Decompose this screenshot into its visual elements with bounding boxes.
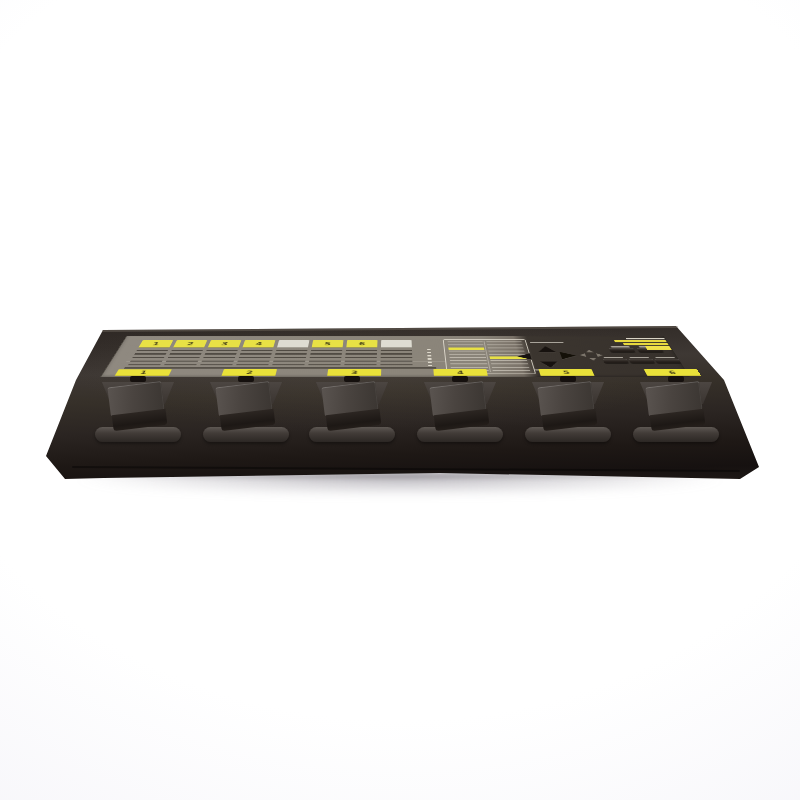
logo-line-2 bbox=[623, 343, 669, 345]
footswitch-treadle-4[interactable] bbox=[429, 381, 490, 433]
diamond-left-icon bbox=[579, 353, 586, 357]
function-button-5[interactable] bbox=[654, 359, 681, 364]
left-arrow-button[interactable] bbox=[516, 353, 531, 359]
program-box-1: 1 bbox=[138, 340, 173, 347]
footswitch-5 bbox=[523, 380, 613, 446]
hinge-tab bbox=[238, 376, 254, 382]
photo-background: 1 2 3 4 5 6 bbox=[0, 0, 800, 800]
footswitch-treadle-3[interactable] bbox=[321, 381, 382, 433]
logo-block bbox=[645, 346, 672, 350]
footswitch-label-5: 5 bbox=[539, 369, 595, 376]
footswitch-label-3: 3 bbox=[327, 369, 381, 376]
footswitch-label-6: 6 bbox=[644, 369, 702, 376]
logo-line-small bbox=[626, 338, 665, 339]
footswitch-label-4: 4 bbox=[433, 369, 487, 376]
led-indicator-column bbox=[427, 349, 432, 368]
hinge-tab bbox=[130, 376, 146, 382]
footswitch-label-1: 1 bbox=[115, 369, 172, 376]
program-box-6: 6 bbox=[346, 340, 377, 347]
right-arrow-button[interactable] bbox=[560, 352, 578, 359]
brand-logo bbox=[611, 338, 672, 351]
footswitch-6 bbox=[631, 380, 721, 446]
chart-highlight-left bbox=[448, 348, 484, 350]
footswitch-treadle-6[interactable] bbox=[645, 381, 706, 433]
footswitch-label-2: 2 bbox=[221, 369, 277, 376]
program-box-blank-2 bbox=[381, 340, 412, 347]
footswitch-treadle-1[interactable] bbox=[107, 381, 168, 433]
footswitch-3 bbox=[307, 380, 397, 446]
function-button-3[interactable] bbox=[602, 359, 628, 364]
footswitch-treadle-5[interactable] bbox=[537, 381, 598, 433]
program-box-3: 3 bbox=[208, 340, 242, 347]
hinge-tab bbox=[668, 376, 684, 382]
function-button-4[interactable] bbox=[628, 359, 655, 364]
program-box-5: 5 bbox=[312, 340, 344, 347]
footswitch-1 bbox=[93, 380, 183, 446]
down-arrow-button[interactable] bbox=[540, 362, 560, 368]
diamond-up-icon bbox=[585, 350, 594, 353]
midi-foot-controller: 1 2 3 4 5 6 bbox=[40, 318, 766, 488]
chart-column-left bbox=[448, 341, 489, 371]
up-arrow-button[interactable] bbox=[537, 346, 556, 352]
footswitch-treadle-2[interactable] bbox=[215, 381, 276, 433]
footswitch-2 bbox=[201, 380, 291, 446]
control-panel-perspective: 1 2 3 4 5 6 bbox=[100, 336, 690, 377]
logo-line-1 bbox=[614, 340, 667, 342]
hinge-tab bbox=[344, 376, 360, 382]
nav-diamond-button[interactable] bbox=[578, 350, 606, 361]
hinge-tab bbox=[560, 376, 576, 382]
control-panel: 1 2 3 4 5 6 bbox=[100, 336, 690, 377]
hinge-tab bbox=[452, 376, 468, 382]
program-box-2: 2 bbox=[173, 340, 207, 347]
program-box-4: 4 bbox=[242, 340, 275, 347]
footswitch-4 bbox=[415, 380, 505, 446]
program-box-blank-1 bbox=[277, 340, 309, 347]
arrow-pad-label bbox=[530, 342, 564, 343]
diamond-down-icon bbox=[589, 358, 598, 361]
